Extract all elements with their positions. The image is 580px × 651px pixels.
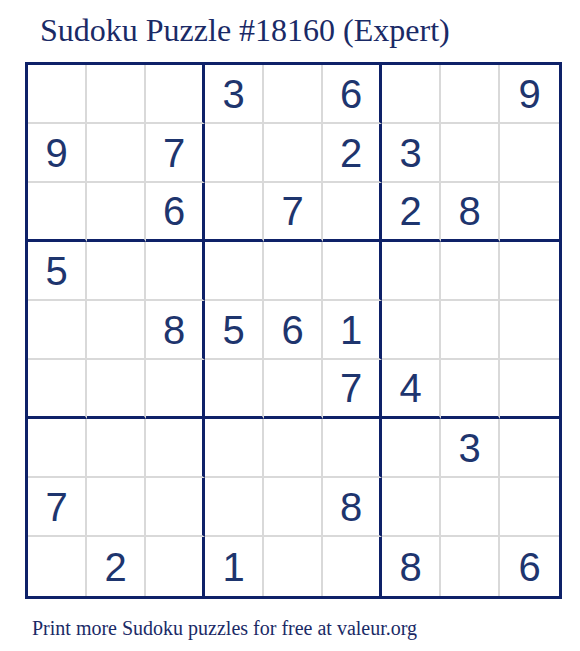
- sudoku-cell: [382, 478, 441, 537]
- sudoku-cell: [500, 419, 559, 478]
- sudoku-cell: 6: [500, 537, 559, 596]
- sudoku-cell: [441, 301, 500, 360]
- sudoku-cell: 7: [146, 124, 205, 183]
- sudoku-cell: 2: [382, 183, 441, 242]
- sudoku-cell: [500, 360, 559, 419]
- sudoku-cell: 2: [323, 124, 382, 183]
- sudoku-cell: [205, 183, 264, 242]
- sudoku-cell: [146, 360, 205, 419]
- sudoku-board: 3699723672858561743782186: [25, 62, 562, 599]
- sudoku-cell: [441, 537, 500, 596]
- sudoku-cell: 3: [205, 65, 264, 124]
- sudoku-cell: [28, 65, 87, 124]
- sudoku-cell: [500, 242, 559, 301]
- sudoku-cell: [264, 537, 323, 596]
- sudoku-cell: [264, 65, 323, 124]
- sudoku-cell: 2: [87, 537, 146, 596]
- sudoku-cell: 1: [323, 301, 382, 360]
- sudoku-cell: [205, 124, 264, 183]
- sudoku-cell: [87, 301, 146, 360]
- sudoku-cell: [441, 242, 500, 301]
- sudoku-cell: [382, 301, 441, 360]
- sudoku-cell: [87, 242, 146, 301]
- sudoku-cell: [264, 478, 323, 537]
- sudoku-cell: 8: [323, 478, 382, 537]
- sudoku-cell: [28, 360, 87, 419]
- sudoku-cell: [323, 183, 382, 242]
- sudoku-cell: [441, 478, 500, 537]
- sudoku-cell: [382, 65, 441, 124]
- sudoku-cell: 7: [264, 183, 323, 242]
- sudoku-cell: [323, 242, 382, 301]
- sudoku-cell: [264, 360, 323, 419]
- sudoku-cell: [205, 478, 264, 537]
- sudoku-cell: 8: [146, 301, 205, 360]
- sudoku-cell: [441, 124, 500, 183]
- sudoku-cell: 3: [382, 124, 441, 183]
- sudoku-cell: [87, 360, 146, 419]
- sudoku-cell: [28, 419, 87, 478]
- sudoku-cell: 7: [28, 478, 87, 537]
- sudoku-cell: 5: [28, 242, 87, 301]
- page-title: Sudoku Puzzle #18160 (Expert): [40, 12, 450, 49]
- sudoku-cell: [205, 360, 264, 419]
- sudoku-cell: 9: [28, 124, 87, 183]
- sudoku-cell: [87, 65, 146, 124]
- sudoku-cell: [146, 242, 205, 301]
- sudoku-cell: 4: [382, 360, 441, 419]
- sudoku-cell: [382, 419, 441, 478]
- sudoku-cell: [264, 242, 323, 301]
- sudoku-cell: [323, 419, 382, 478]
- sudoku-cell: [205, 419, 264, 478]
- sudoku-cell: [87, 183, 146, 242]
- sudoku-cell: [28, 537, 87, 596]
- sudoku-cell: [500, 301, 559, 360]
- sudoku-cell: [500, 183, 559, 242]
- sudoku-cell: [87, 478, 146, 537]
- sudoku-cell: 5: [205, 301, 264, 360]
- sudoku-cell: 7: [323, 360, 382, 419]
- sudoku-cell: 8: [441, 183, 500, 242]
- sudoku-cell: [264, 124, 323, 183]
- sudoku-cell: [28, 301, 87, 360]
- sudoku-cell: [205, 242, 264, 301]
- sudoku-cell: [87, 419, 146, 478]
- sudoku-cell: [441, 360, 500, 419]
- footer-note: Print more Sudoku puzzles for free at va…: [32, 617, 417, 640]
- sudoku-cell: [264, 419, 323, 478]
- sudoku-cell: 6: [264, 301, 323, 360]
- sudoku-cell: [87, 124, 146, 183]
- sudoku-cell: [500, 478, 559, 537]
- sudoku-cell: [28, 183, 87, 242]
- sudoku-cell: [382, 242, 441, 301]
- sudoku-cell: [146, 537, 205, 596]
- sudoku-cell: [146, 478, 205, 537]
- sudoku-cell: [146, 419, 205, 478]
- sudoku-cell: 8: [382, 537, 441, 596]
- sudoku-cell: [441, 65, 500, 124]
- sudoku-cell: 3: [441, 419, 500, 478]
- sudoku-cell: 6: [323, 65, 382, 124]
- sudoku-cell: 9: [500, 65, 559, 124]
- sudoku-cell: [146, 65, 205, 124]
- sudoku-cell: [323, 537, 382, 596]
- sudoku-cell: 1: [205, 537, 264, 596]
- sudoku-cell: 6: [146, 183, 205, 242]
- sudoku-cell: [500, 124, 559, 183]
